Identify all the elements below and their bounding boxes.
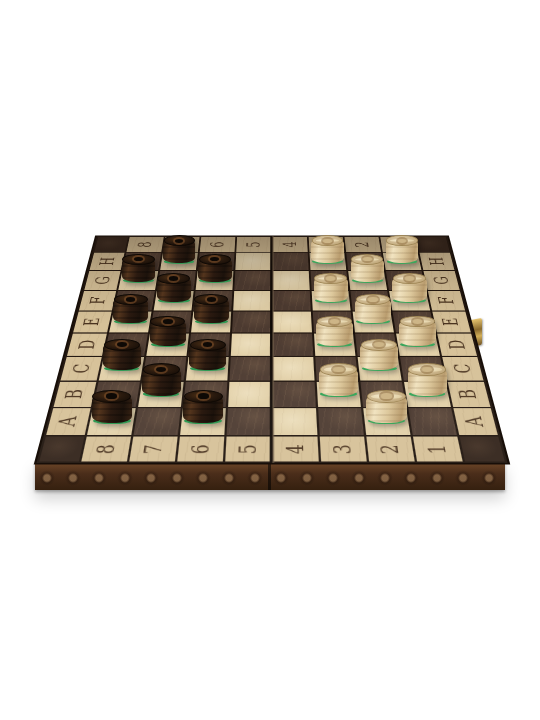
coordinate-glyph: A: [462, 416, 488, 426]
coordinate-glyph: 8: [93, 444, 119, 454]
checker-light-d3[interactable]: [316, 316, 353, 347]
coordinate-glyph: D: [75, 340, 99, 350]
coordinate-glyph: G: [431, 276, 452, 284]
rank-label-top-5: 5: [236, 237, 271, 252]
coordinate-glyph: E: [81, 318, 104, 326]
coordinate-glyph: D: [445, 340, 469, 350]
checker-dimple: [368, 297, 377, 302]
file-label-right-B: B: [448, 382, 491, 407]
square-b5[interactable]: [228, 382, 271, 407]
square-c4[interactable]: [273, 357, 314, 381]
fold-seam: [270, 236, 275, 463]
file-label-right-E: E: [432, 312, 471, 333]
coordinate-glyph: 5: [245, 241, 264, 247]
square-g4[interactable]: [273, 271, 310, 290]
coordinate-glyph: 3: [330, 444, 355, 454]
file-label-left-F: F: [79, 291, 116, 311]
checker-dark-a6[interactable]: [183, 390, 223, 425]
square-a5[interactable]: [227, 408, 271, 435]
coordinate-glyph: 4: [281, 241, 300, 247]
checker-dimple: [175, 239, 183, 243]
coordinate-glyph: E: [440, 318, 463, 326]
square-g5[interactable]: [234, 271, 271, 290]
corner-top-right: [416, 237, 450, 252]
checker-dimple: [163, 319, 172, 324]
square-a3[interactable]: [318, 408, 364, 435]
checker-dimple: [126, 297, 135, 302]
checker-dark-e8[interactable]: [113, 294, 148, 325]
coordinate-glyph: 5: [236, 444, 260, 454]
square-f4[interactable]: [273, 291, 311, 311]
square-h5[interactable]: [235, 253, 271, 271]
file-label-right-G: G: [424, 271, 460, 290]
coordinate-glyph: B: [63, 389, 88, 399]
square-a7[interactable]: [134, 408, 181, 435]
checker-dimple: [323, 239, 331, 243]
square-a1[interactable]: [408, 408, 457, 435]
coordinate-glyph: H: [426, 257, 447, 265]
coordinate-glyph: 7: [141, 444, 167, 454]
rank-label-bottom-2: 2: [366, 437, 414, 462]
checker-dark-f7[interactable]: [157, 273, 191, 303]
checker-dark-c6[interactable]: [189, 339, 227, 371]
file-label-left-H: H: [90, 253, 125, 271]
file-label-right-D: D: [437, 334, 477, 356]
checker-dimple: [405, 276, 414, 280]
coordinate-glyph: C: [69, 364, 93, 374]
checker-light-f3[interactable]: [314, 273, 348, 303]
checker-light-h3[interactable]: [311, 235, 344, 263]
rank-label-top-4: 4: [273, 237, 308, 252]
file-label-left-A: A: [46, 408, 90, 435]
checker-dark-g8[interactable]: [122, 254, 155, 283]
checker-dark-g6[interactable]: [198, 254, 231, 283]
rank-label-top-8: 8: [127, 237, 164, 252]
rank-label-bottom-4: 4: [273, 437, 319, 462]
checker-light-f1[interactable]: [392, 273, 426, 303]
file-label-right-C: C: [442, 357, 483, 381]
coordinate-glyph: C: [450, 364, 474, 374]
coordinate-glyph: 8: [135, 241, 155, 247]
checker-dimple: [106, 393, 116, 398]
coordinate-glyph: 2: [377, 444, 403, 454]
rank-label-bottom-3: 3: [320, 437, 367, 462]
rank-label-bottom-7: 7: [129, 437, 177, 462]
square-c5[interactable]: [229, 357, 270, 381]
coordinate-glyph: H: [97, 257, 118, 265]
rank-label-bottom-8: 8: [81, 437, 131, 462]
checker-dimple: [333, 367, 343, 372]
coordinate-glyph: 4: [283, 444, 307, 454]
checker-dimple: [198, 393, 208, 398]
corner-top-left: [94, 237, 128, 252]
checker-light-g2[interactable]: [351, 254, 384, 283]
checker-light-a2[interactable]: [366, 390, 406, 425]
checker-light-c2[interactable]: [360, 339, 398, 371]
checker-dimple: [117, 342, 127, 347]
file-label-left-E: E: [73, 312, 112, 333]
checker-dark-a8[interactable]: [92, 390, 132, 425]
file-label-left-B: B: [54, 382, 97, 407]
coordinate-glyph: G: [92, 276, 113, 284]
file-label-right-A: A: [453, 408, 497, 435]
square-b4[interactable]: [273, 382, 316, 407]
checker-light-b1[interactable]: [408, 363, 447, 397]
coordinate-glyph: 6: [208, 241, 227, 247]
square-a4[interactable]: [273, 408, 317, 435]
rank-label-top-6: 6: [200, 237, 236, 252]
checker-dark-b7[interactable]: [142, 363, 181, 397]
square-e4[interactable]: [273, 312, 312, 333]
coordinate-glyph: F: [435, 297, 457, 304]
square-h4[interactable]: [273, 253, 309, 271]
corner-bottom-left: [39, 437, 84, 462]
checker-light-e2[interactable]: [355, 294, 390, 325]
coordinate-glyph: F: [87, 297, 109, 304]
checker-dimple: [330, 319, 339, 324]
product-photo-scene: 8877665544332211HHGGFFEEDDCCBBAA: [0, 0, 540, 720]
rank-label-top-2: 2: [344, 237, 380, 252]
square-f5[interactable]: [233, 291, 271, 311]
rank-label-bottom-5: 5: [225, 437, 271, 462]
checker-dimple: [413, 319, 422, 324]
corner-bottom-right: [460, 437, 505, 462]
square-e5[interactable]: [232, 312, 271, 333]
checker-dark-e6[interactable]: [194, 294, 229, 325]
coordinate-glyph: A: [56, 416, 82, 426]
checker-light-h1[interactable]: [386, 235, 419, 263]
checker-light-d1[interactable]: [399, 316, 436, 347]
square-d5[interactable]: [231, 334, 271, 356]
coordinate-glyph: 6: [189, 444, 214, 454]
checker-dimple: [381, 393, 391, 398]
file-label-right-F: F: [428, 291, 465, 311]
coordinate-glyph: B: [456, 389, 481, 399]
checker-dark-h7[interactable]: [163, 235, 196, 263]
rank-label-bottom-6: 6: [177, 437, 224, 462]
checker-dimple: [422, 367, 432, 372]
checker-dark-d7[interactable]: [150, 316, 187, 347]
checker-dark-c8[interactable]: [103, 339, 141, 371]
coordinate-glyph: 1: [425, 444, 451, 454]
rank-label-bottom-1: 1: [413, 437, 463, 462]
coordinate-glyph: 2: [353, 241, 372, 247]
file-label-left-C: C: [61, 357, 102, 381]
checker-dimple: [398, 239, 406, 243]
file-label-left-G: G: [84, 271, 120, 290]
file-label-right-H: H: [419, 253, 454, 271]
file-label-left-D: D: [67, 334, 107, 356]
square-d4[interactable]: [273, 334, 313, 356]
checker-light-b3[interactable]: [319, 363, 358, 397]
checker-dimple: [207, 297, 216, 302]
